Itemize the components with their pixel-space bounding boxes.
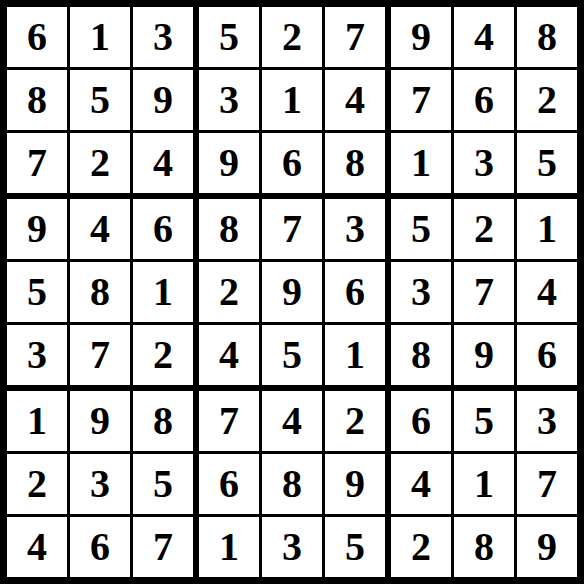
sudoku-board: 6138597245273149689487621359465813728732… — [0, 0, 584, 584]
sudoku-box-5: 873296451 — [199, 199, 385, 385]
cell-r3c1[interactable]: 7 — [7, 133, 67, 193]
cell-r7c3[interactable]: 8 — [133, 391, 193, 451]
sudoku-box-8: 742689135 — [199, 391, 385, 577]
cell-r6c2[interactable]: 7 — [70, 325, 130, 385]
cell-r9c1[interactable]: 4 — [7, 517, 67, 577]
cell-r9c9[interactable]: 9 — [517, 517, 577, 577]
cell-r2c9[interactable]: 2 — [517, 70, 577, 130]
cell-r4c2[interactable]: 4 — [70, 199, 130, 259]
cell-r5c4[interactable]: 2 — [199, 262, 259, 322]
cell-r4c3[interactable]: 6 — [133, 199, 193, 259]
cell-r7c4[interactable]: 7 — [199, 391, 259, 451]
cell-r8c7[interactable]: 4 — [391, 454, 451, 514]
cell-r9c8[interactable]: 8 — [454, 517, 514, 577]
sudoku-box-2: 527314968 — [199, 7, 385, 193]
cell-r1c5[interactable]: 2 — [262, 7, 322, 67]
cell-r6c6[interactable]: 1 — [325, 325, 385, 385]
cell-r1c2[interactable]: 1 — [70, 7, 130, 67]
cell-r3c3[interactable]: 4 — [133, 133, 193, 193]
cell-r8c9[interactable]: 7 — [517, 454, 577, 514]
cell-r7c5[interactable]: 4 — [262, 391, 322, 451]
cell-r6c4[interactable]: 4 — [199, 325, 259, 385]
cell-r2c8[interactable]: 6 — [454, 70, 514, 130]
cell-r5c1[interactable]: 5 — [7, 262, 67, 322]
cell-r5c9[interactable]: 4 — [517, 262, 577, 322]
cell-r5c6[interactable]: 6 — [325, 262, 385, 322]
cell-r8c2[interactable]: 3 — [70, 454, 130, 514]
sudoku-box-3: 948762135 — [391, 7, 577, 193]
cell-r6c5[interactable]: 5 — [262, 325, 322, 385]
cell-r1c6[interactable]: 7 — [325, 7, 385, 67]
cell-r5c5[interactable]: 9 — [262, 262, 322, 322]
cell-r7c6[interactable]: 2 — [325, 391, 385, 451]
cell-r7c7[interactable]: 6 — [391, 391, 451, 451]
cell-r5c2[interactable]: 8 — [70, 262, 130, 322]
cell-r8c1[interactable]: 2 — [7, 454, 67, 514]
cell-r7c8[interactable]: 5 — [454, 391, 514, 451]
sudoku-box-4: 946581372 — [7, 199, 193, 385]
cell-r4c8[interactable]: 2 — [454, 199, 514, 259]
cell-r2c6[interactable]: 4 — [325, 70, 385, 130]
cell-r1c9[interactable]: 8 — [517, 7, 577, 67]
cell-r5c8[interactable]: 7 — [454, 262, 514, 322]
cell-r9c6[interactable]: 5 — [325, 517, 385, 577]
cell-r9c7[interactable]: 2 — [391, 517, 451, 577]
cell-r1c7[interactable]: 9 — [391, 7, 451, 67]
cell-r6c9[interactable]: 6 — [517, 325, 577, 385]
cell-r6c3[interactable]: 2 — [133, 325, 193, 385]
cell-r1c1[interactable]: 6 — [7, 7, 67, 67]
cell-r9c4[interactable]: 1 — [199, 517, 259, 577]
cell-r8c5[interactable]: 8 — [262, 454, 322, 514]
cell-r3c8[interactable]: 3 — [454, 133, 514, 193]
cell-r4c7[interactable]: 5 — [391, 199, 451, 259]
cell-r4c1[interactable]: 9 — [7, 199, 67, 259]
cell-r4c4[interactable]: 8 — [199, 199, 259, 259]
cell-r8c6[interactable]: 9 — [325, 454, 385, 514]
cell-r3c2[interactable]: 2 — [70, 133, 130, 193]
cell-r8c8[interactable]: 1 — [454, 454, 514, 514]
cell-r9c3[interactable]: 7 — [133, 517, 193, 577]
cell-r8c4[interactable]: 6 — [199, 454, 259, 514]
cell-r4c9[interactable]: 1 — [517, 199, 577, 259]
sudoku-box-6: 521374896 — [391, 199, 577, 385]
cell-r8c3[interactable]: 5 — [133, 454, 193, 514]
cell-r6c7[interactable]: 8 — [391, 325, 451, 385]
cell-r9c5[interactable]: 3 — [262, 517, 322, 577]
cell-r3c4[interactable]: 9 — [199, 133, 259, 193]
cell-r4c5[interactable]: 7 — [262, 199, 322, 259]
cell-r7c2[interactable]: 9 — [70, 391, 130, 451]
sudoku-box-1: 613859724 — [7, 7, 193, 193]
cell-r3c5[interactable]: 6 — [262, 133, 322, 193]
cell-r7c1[interactable]: 1 — [7, 391, 67, 451]
cell-r6c8[interactable]: 9 — [454, 325, 514, 385]
cell-r4c6[interactable]: 3 — [325, 199, 385, 259]
cell-r1c3[interactable]: 3 — [133, 7, 193, 67]
cell-r1c8[interactable]: 4 — [454, 7, 514, 67]
cell-r6c1[interactable]: 3 — [7, 325, 67, 385]
cell-r9c2[interactable]: 6 — [70, 517, 130, 577]
cell-r5c3[interactable]: 1 — [133, 262, 193, 322]
cell-r1c4[interactable]: 5 — [199, 7, 259, 67]
sudoku-box-9: 653417289 — [391, 391, 577, 577]
cell-r7c9[interactable]: 3 — [517, 391, 577, 451]
cell-r2c2[interactable]: 5 — [70, 70, 130, 130]
cell-r2c3[interactable]: 9 — [133, 70, 193, 130]
cell-r5c7[interactable]: 3 — [391, 262, 451, 322]
cell-r3c9[interactable]: 5 — [517, 133, 577, 193]
cell-r3c7[interactable]: 1 — [391, 133, 451, 193]
cell-r2c7[interactable]: 7 — [391, 70, 451, 130]
cell-r2c4[interactable]: 3 — [199, 70, 259, 130]
sudoku-box-7: 198235467 — [7, 391, 193, 577]
cell-r3c6[interactable]: 8 — [325, 133, 385, 193]
cell-r2c5[interactable]: 1 — [262, 70, 322, 130]
cell-r2c1[interactable]: 8 — [7, 70, 67, 130]
